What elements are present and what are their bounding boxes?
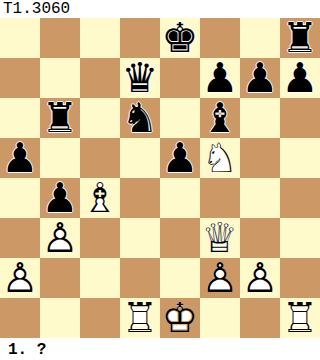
piece-white-rook: ♜♖ bbox=[282, 298, 319, 338]
square-c7[interactable] bbox=[80, 58, 120, 98]
square-g8[interactable] bbox=[240, 18, 280, 58]
square-d7[interactable]: ♛ bbox=[120, 58, 160, 98]
piece-white-king: ♚♔ bbox=[162, 298, 199, 338]
square-g1[interactable] bbox=[240, 298, 280, 338]
piece-glyph: ♚ bbox=[162, 18, 199, 58]
piece-outline: ♙ bbox=[202, 258, 239, 298]
piece-white-pawn: ♟♙ bbox=[2, 258, 39, 298]
puzzle-title: T1.3060 bbox=[0, 0, 320, 18]
piece-black-rook: ♜ bbox=[282, 18, 319, 58]
square-g7[interactable]: ♟ bbox=[240, 58, 280, 98]
square-g3[interactable] bbox=[240, 218, 280, 258]
square-c3[interactable] bbox=[80, 218, 120, 258]
chess-board: ♚♜♛♟♟♟♜♞♝♟♟♞♘♟♝♗♟♙♛♕♟♙♟♙♟♙♜♖♚♔♜♖ bbox=[0, 18, 320, 338]
square-f3[interactable]: ♛♕ bbox=[200, 218, 240, 258]
piece-white-queen: ♛♕ bbox=[202, 218, 239, 258]
square-f6[interactable]: ♝ bbox=[200, 98, 240, 138]
square-a3[interactable] bbox=[0, 218, 40, 258]
move-prompt: 1. ? bbox=[0, 338, 320, 360]
square-a5[interactable]: ♟ bbox=[0, 138, 40, 178]
piece-black-pawn: ♟ bbox=[42, 178, 79, 218]
square-b8[interactable] bbox=[40, 18, 80, 58]
square-d3[interactable] bbox=[120, 218, 160, 258]
square-a2[interactable]: ♟♙ bbox=[0, 258, 40, 298]
piece-black-pawn: ♟ bbox=[282, 58, 319, 98]
piece-white-pawn: ♟♙ bbox=[242, 258, 279, 298]
square-e7[interactable] bbox=[160, 58, 200, 98]
square-c2[interactable] bbox=[80, 258, 120, 298]
piece-glyph: ♟ bbox=[2, 138, 39, 178]
square-d5[interactable] bbox=[120, 138, 160, 178]
square-h8[interactable]: ♜ bbox=[280, 18, 320, 58]
square-a7[interactable] bbox=[0, 58, 40, 98]
piece-glyph: ♟ bbox=[242, 58, 279, 98]
square-g2[interactable]: ♟♙ bbox=[240, 258, 280, 298]
square-b5[interactable] bbox=[40, 138, 80, 178]
square-d1[interactable]: ♜♖ bbox=[120, 298, 160, 338]
piece-black-queen: ♛ bbox=[122, 58, 159, 98]
piece-outline: ♘ bbox=[202, 138, 239, 178]
square-e8[interactable]: ♚ bbox=[160, 18, 200, 58]
puzzle-window: T1.3060 ♚♜♛♟♟♟♜♞♝♟♟♞♘♟♝♗♟♙♛♕♟♙♟♙♟♙♜♖♚♔♜♖… bbox=[0, 0, 320, 360]
piece-black-pawn: ♟ bbox=[2, 138, 39, 178]
square-d4[interactable] bbox=[120, 178, 160, 218]
square-f5[interactable]: ♞♘ bbox=[200, 138, 240, 178]
square-b6[interactable]: ♜ bbox=[40, 98, 80, 138]
piece-outline: ♔ bbox=[162, 298, 199, 338]
piece-glyph: ♞ bbox=[122, 98, 159, 138]
piece-white-bishop: ♝♗ bbox=[82, 178, 119, 218]
piece-black-king: ♚ bbox=[162, 18, 199, 58]
square-a1[interactable] bbox=[0, 298, 40, 338]
piece-outline: ♕ bbox=[202, 218, 239, 258]
square-a4[interactable] bbox=[0, 178, 40, 218]
square-f1[interactable] bbox=[200, 298, 240, 338]
piece-glyph: ♟ bbox=[42, 178, 79, 218]
piece-outline: ♙ bbox=[42, 218, 79, 258]
square-b4[interactable]: ♟ bbox=[40, 178, 80, 218]
square-h2[interactable] bbox=[280, 258, 320, 298]
square-b1[interactable] bbox=[40, 298, 80, 338]
square-e2[interactable] bbox=[160, 258, 200, 298]
piece-glyph: ♟ bbox=[282, 58, 319, 98]
square-c1[interactable] bbox=[80, 298, 120, 338]
piece-white-knight: ♞♘ bbox=[202, 138, 239, 178]
square-g6[interactable] bbox=[240, 98, 280, 138]
piece-glyph: ♟ bbox=[202, 58, 239, 98]
piece-glyph: ♝ bbox=[202, 98, 239, 138]
square-g4[interactable] bbox=[240, 178, 280, 218]
square-h4[interactable] bbox=[280, 178, 320, 218]
square-e4[interactable] bbox=[160, 178, 200, 218]
square-g5[interactable] bbox=[240, 138, 280, 178]
piece-white-rook: ♜♖ bbox=[122, 298, 159, 338]
piece-outline: ♙ bbox=[242, 258, 279, 298]
piece-outline: ♗ bbox=[82, 178, 119, 218]
piece-black-pawn: ♟ bbox=[242, 58, 279, 98]
piece-black-rook: ♜ bbox=[42, 98, 79, 138]
square-b2[interactable] bbox=[40, 258, 80, 298]
square-f8[interactable] bbox=[200, 18, 240, 58]
square-c6[interactable] bbox=[80, 98, 120, 138]
square-f7[interactable]: ♟ bbox=[200, 58, 240, 98]
square-h7[interactable]: ♟ bbox=[280, 58, 320, 98]
piece-white-pawn: ♟♙ bbox=[42, 218, 79, 258]
square-h6[interactable] bbox=[280, 98, 320, 138]
square-a8[interactable] bbox=[0, 18, 40, 58]
square-h3[interactable] bbox=[280, 218, 320, 258]
piece-black-knight: ♞ bbox=[122, 98, 159, 138]
piece-black-pawn: ♟ bbox=[202, 58, 239, 98]
square-d6[interactable]: ♞ bbox=[120, 98, 160, 138]
square-h1[interactable]: ♜♖ bbox=[280, 298, 320, 338]
square-e3[interactable] bbox=[160, 218, 200, 258]
square-b7[interactable] bbox=[40, 58, 80, 98]
piece-glyph: ♜ bbox=[282, 18, 319, 58]
square-c4[interactable]: ♝♗ bbox=[80, 178, 120, 218]
piece-glyph: ♟ bbox=[162, 138, 199, 178]
square-b3[interactable]: ♟♙ bbox=[40, 218, 80, 258]
square-d8[interactable] bbox=[120, 18, 160, 58]
square-e6[interactable] bbox=[160, 98, 200, 138]
square-h5[interactable] bbox=[280, 138, 320, 178]
square-c8[interactable] bbox=[80, 18, 120, 58]
piece-outline: ♖ bbox=[282, 298, 319, 338]
piece-glyph: ♛ bbox=[122, 58, 159, 98]
piece-black-bishop: ♝ bbox=[202, 98, 239, 138]
piece-glyph: ♜ bbox=[42, 98, 79, 138]
piece-white-pawn: ♟♙ bbox=[202, 258, 239, 298]
piece-outline: ♙ bbox=[2, 258, 39, 298]
square-e1[interactable]: ♚♔ bbox=[160, 298, 200, 338]
square-f2[interactable]: ♟♙ bbox=[200, 258, 240, 298]
piece-outline: ♖ bbox=[122, 298, 159, 338]
piece-black-pawn: ♟ bbox=[162, 138, 199, 178]
square-d2[interactable] bbox=[120, 258, 160, 298]
square-f4[interactable] bbox=[200, 178, 240, 218]
square-e5[interactable]: ♟ bbox=[160, 138, 200, 178]
square-c5[interactable] bbox=[80, 138, 120, 178]
square-a6[interactable] bbox=[0, 98, 40, 138]
